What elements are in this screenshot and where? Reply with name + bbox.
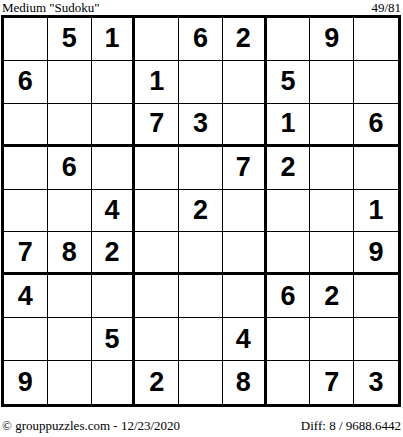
cell-r5c8[interactable] [310, 190, 354, 233]
cell-r8c1[interactable] [4, 318, 48, 361]
cell-r4c3[interactable] [92, 147, 136, 190]
cell-r9c6[interactable]: 8 [223, 361, 267, 404]
cell-r9c4[interactable]: 2 [135, 361, 179, 404]
cell-r9c5[interactable] [179, 361, 223, 404]
cell-r8c5[interactable] [179, 318, 223, 361]
cell-r6c2[interactable]: 8 [48, 232, 92, 275]
puzzle-title: Medium "Sudoku" [2, 1, 100, 15]
cell-r3c6[interactable] [223, 104, 267, 147]
cell-r2c5[interactable] [179, 61, 223, 104]
cell-r4c7[interactable]: 2 [267, 147, 311, 190]
cell-r5c7[interactable] [267, 190, 311, 233]
cell-r7c9[interactable] [354, 275, 398, 318]
cell-r5c9[interactable]: 1 [354, 190, 398, 233]
cell-r4c9[interactable] [354, 147, 398, 190]
cell-r8c2[interactable] [48, 318, 92, 361]
cell-r3c3[interactable] [92, 104, 136, 147]
cell-r4c1[interactable] [4, 147, 48, 190]
cell-r2c3[interactable] [92, 61, 136, 104]
cell-r3c9[interactable]: 6 [354, 104, 398, 147]
cell-r8c6[interactable]: 4 [223, 318, 267, 361]
cell-r6c6[interactable] [223, 232, 267, 275]
cell-r4c8[interactable] [310, 147, 354, 190]
cells-remaining-counter: 49/81 [371, 1, 401, 15]
cell-r1c3[interactable]: 1 [92, 18, 136, 61]
cell-r6c7[interactable] [267, 232, 311, 275]
cell-r6c9[interactable]: 9 [354, 232, 398, 275]
cell-r2c9[interactable] [354, 61, 398, 104]
cell-r3c7[interactable]: 1 [267, 104, 311, 147]
cell-r6c8[interactable] [310, 232, 354, 275]
cell-r7c3[interactable] [92, 275, 136, 318]
cell-r3c4[interactable]: 7 [135, 104, 179, 147]
cell-r3c5[interactable]: 3 [179, 104, 223, 147]
cell-r2c4[interactable]: 1 [135, 61, 179, 104]
cell-r3c2[interactable] [48, 104, 92, 147]
cell-r9c1[interactable]: 9 [4, 361, 48, 404]
cell-r3c8[interactable] [310, 104, 354, 147]
cell-r5c2[interactable] [48, 190, 92, 233]
cell-r1c1[interactable] [4, 18, 48, 61]
cell-r7c8[interactable]: 2 [310, 275, 354, 318]
cell-r1c6[interactable]: 2 [223, 18, 267, 61]
cell-r9c3[interactable] [92, 361, 136, 404]
cell-r9c7[interactable] [267, 361, 311, 404]
cell-r7c2[interactable] [48, 275, 92, 318]
cell-r7c7[interactable]: 6 [267, 275, 311, 318]
cell-r1c4[interactable] [135, 18, 179, 61]
cell-r1c5[interactable]: 6 [179, 18, 223, 61]
difficulty-text: Diff: 8 / 9688.6442 [301, 418, 401, 433]
cell-r1c8[interactable]: 9 [310, 18, 354, 61]
cell-r8c8[interactable] [310, 318, 354, 361]
cell-r6c5[interactable] [179, 232, 223, 275]
cell-r1c7[interactable] [267, 18, 311, 61]
copyright-text: © grouppuzzles.com - 12/23/2020 [2, 418, 180, 433]
cell-r2c1[interactable]: 6 [4, 61, 48, 104]
sudoku-board: 51629615731667242178294625492873 [1, 15, 401, 407]
cell-r5c3[interactable]: 4 [92, 190, 136, 233]
cell-r4c5[interactable] [179, 147, 223, 190]
cell-r6c1[interactable]: 7 [4, 232, 48, 275]
cell-r4c4[interactable] [135, 147, 179, 190]
cell-r1c2[interactable]: 5 [48, 18, 92, 61]
cell-r3c1[interactable] [4, 104, 48, 147]
cell-r1c9[interactable] [354, 18, 398, 61]
cell-r7c1[interactable]: 4 [4, 275, 48, 318]
cell-r9c2[interactable] [48, 361, 92, 404]
cell-r2c7[interactable]: 5 [267, 61, 311, 104]
cell-r8c3[interactable]: 5 [92, 318, 136, 361]
cell-r2c6[interactable] [223, 61, 267, 104]
cell-r7c5[interactable] [179, 275, 223, 318]
cell-r4c2[interactable]: 6 [48, 147, 92, 190]
cell-r7c4[interactable] [135, 275, 179, 318]
cell-r5c6[interactable] [223, 190, 267, 233]
cell-r5c4[interactable] [135, 190, 179, 233]
cell-r4c6[interactable]: 7 [223, 147, 267, 190]
cell-r6c4[interactable] [135, 232, 179, 275]
cell-r9c9[interactable]: 3 [354, 361, 398, 404]
cell-r5c5[interactable]: 2 [179, 190, 223, 233]
cell-r8c7[interactable] [267, 318, 311, 361]
cell-r8c4[interactable] [135, 318, 179, 361]
cell-r9c8[interactable]: 7 [310, 361, 354, 404]
cell-r6c3[interactable]: 2 [92, 232, 136, 275]
cell-r5c1[interactable] [4, 190, 48, 233]
cell-r2c8[interactable] [310, 61, 354, 104]
cell-r8c9[interactable] [354, 318, 398, 361]
cell-r7c6[interactable] [223, 275, 267, 318]
cell-r2c2[interactable] [48, 61, 92, 104]
